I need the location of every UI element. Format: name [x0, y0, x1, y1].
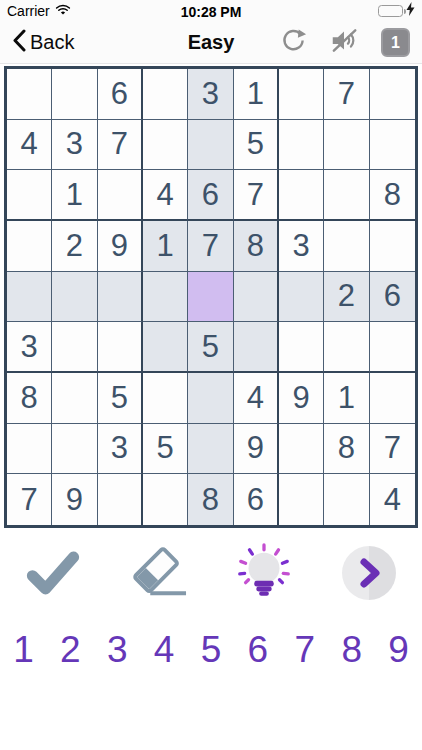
cell-r6c3[interactable]	[98, 322, 143, 373]
cell-r4c4[interactable]: 1	[143, 221, 188, 272]
eraser-button[interactable]	[126, 541, 190, 605]
cell-r6c1[interactable]: 3	[7, 322, 52, 373]
numpad-6[interactable]: 6	[234, 620, 281, 680]
cell-r7c7[interactable]: 9	[279, 373, 324, 424]
cell-r1c9[interactable]	[370, 69, 415, 120]
cell-r6c2[interactable]	[52, 322, 97, 373]
cell-r7c6[interactable]: 4	[234, 373, 279, 424]
cell-r3c4[interactable]: 4	[143, 170, 188, 221]
cell-r7c8[interactable]: 1	[324, 373, 369, 424]
cell-r9c4[interactable]	[143, 474, 188, 525]
cell-r1c6[interactable]: 1	[234, 69, 279, 120]
numpad-1[interactable]: 1	[0, 620, 47, 680]
cell-r3c8[interactable]	[324, 170, 369, 221]
cell-r6c5[interactable]: 5	[188, 322, 233, 373]
cell-r3c1[interactable]	[7, 170, 52, 221]
cell-r3c6[interactable]: 7	[234, 170, 279, 221]
cell-r2c8[interactable]	[324, 120, 369, 171]
cell-r4c6[interactable]: 8	[234, 221, 279, 272]
cell-r6c4[interactable]	[143, 322, 188, 373]
cell-r2c7[interactable]	[279, 120, 324, 171]
cell-r9c1[interactable]: 7	[7, 474, 52, 525]
sound-muted-button[interactable]	[329, 27, 359, 58]
cell-r5c1[interactable]	[7, 272, 52, 323]
numpad-2[interactable]: 2	[47, 620, 94, 680]
cell-r9c3[interactable]	[98, 474, 143, 525]
cell-r7c5[interactable]	[188, 373, 233, 424]
cell-r8c9[interactable]: 7	[370, 424, 415, 475]
cell-r6c6[interactable]	[234, 322, 279, 373]
numpad-8[interactable]: 8	[328, 620, 375, 680]
cell-r3c5[interactable]: 6	[188, 170, 233, 221]
cell-r2c3[interactable]: 7	[98, 120, 143, 171]
numpad-3[interactable]: 3	[94, 620, 141, 680]
sudoku-board: 63174375146782917832635854913598779864	[4, 66, 418, 528]
cell-r3c2[interactable]: 1	[52, 170, 97, 221]
counter-badge[interactable]: 1	[381, 28, 410, 57]
status-bar: Carrier 10:28 PM	[0, 0, 422, 22]
carrier-label: Carrier	[7, 3, 50, 19]
nav-bar: Back Easy 1	[0, 22, 422, 64]
cell-r7c2[interactable]	[52, 373, 97, 424]
restart-button[interactable]	[280, 27, 307, 58]
next-button[interactable]	[337, 541, 401, 605]
cell-r4c2[interactable]: 2	[52, 221, 97, 272]
cell-r3c3[interactable]	[98, 170, 143, 221]
cell-r4c3[interactable]: 9	[98, 221, 143, 272]
cell-r1c1[interactable]	[7, 69, 52, 120]
cell-r4c9[interactable]	[370, 221, 415, 272]
cell-r8c4[interactable]: 5	[143, 424, 188, 475]
cell-r5c9[interactable]: 6	[370, 272, 415, 323]
cell-r2c9[interactable]	[370, 120, 415, 171]
cell-r9c7[interactable]	[279, 474, 324, 525]
charging-bolt-icon	[406, 2, 415, 20]
cell-r1c2[interactable]	[52, 69, 97, 120]
chevron-right-icon	[354, 557, 384, 589]
cell-r6c7[interactable]	[279, 322, 324, 373]
cell-r8c8[interactable]: 8	[324, 424, 369, 475]
cell-r5c5[interactable]	[188, 272, 233, 323]
cell-r1c5[interactable]: 3	[188, 69, 233, 120]
cell-r7c4[interactable]	[143, 373, 188, 424]
cell-r2c1[interactable]: 4	[7, 120, 52, 171]
cell-r5c4[interactable]	[143, 272, 188, 323]
cell-r2c2[interactable]: 3	[52, 120, 97, 171]
numpad-5[interactable]: 5	[188, 620, 235, 680]
cell-r1c8[interactable]: 7	[324, 69, 369, 120]
battery-icon	[378, 5, 403, 17]
cell-r4c7[interactable]: 3	[279, 221, 324, 272]
cell-r8c2[interactable]	[52, 424, 97, 475]
cell-r5c6[interactable]	[234, 272, 279, 323]
numpad-4[interactable]: 4	[141, 620, 188, 680]
cell-r3c9[interactable]: 8	[370, 170, 415, 221]
cell-r5c8[interactable]: 2	[324, 272, 369, 323]
cell-r2c5[interactable]	[188, 120, 233, 171]
cell-r5c3[interactable]	[98, 272, 143, 323]
back-chevron-icon	[12, 29, 26, 56]
cell-r4c5[interactable]: 7	[188, 221, 233, 272]
toolbar	[0, 532, 422, 614]
cell-r7c9[interactable]	[370, 373, 415, 424]
cell-r4c8[interactable]	[324, 221, 369, 272]
cell-r7c3[interactable]: 5	[98, 373, 143, 424]
cell-r8c7[interactable]	[279, 424, 324, 475]
cell-r3c7[interactable]	[279, 170, 324, 221]
cell-r8c5[interactable]	[188, 424, 233, 475]
cell-r7c1[interactable]: 8	[7, 373, 52, 424]
cell-r9c9[interactable]: 4	[370, 474, 415, 525]
hint-button[interactable]	[232, 541, 296, 605]
cell-r2c6[interactable]: 5	[234, 120, 279, 171]
cell-r5c2[interactable]	[52, 272, 97, 323]
cell-r6c8[interactable]	[324, 322, 369, 373]
cell-r9c8[interactable]	[324, 474, 369, 525]
number-pad: 123456789	[0, 620, 422, 680]
cell-r9c6[interactable]: 6	[234, 474, 279, 525]
cell-r1c7[interactable]	[279, 69, 324, 120]
cell-r6c9[interactable]	[370, 322, 415, 373]
numpad-7[interactable]: 7	[281, 620, 328, 680]
cell-r4c1[interactable]	[7, 221, 52, 272]
cell-r1c4[interactable]	[143, 69, 188, 120]
back-button[interactable]: Back	[12, 29, 74, 56]
cell-r1c3[interactable]: 6	[98, 69, 143, 120]
cell-r9c2[interactable]: 9	[52, 474, 97, 525]
wifi-icon	[55, 2, 71, 20]
back-label: Back	[30, 31, 74, 54]
cell-r8c6[interactable]: 9	[234, 424, 279, 475]
cell-r9c5[interactable]: 8	[188, 474, 233, 525]
cell-r8c3[interactable]: 3	[98, 424, 143, 475]
cell-r8c1[interactable]	[7, 424, 52, 475]
cell-r5c7[interactable]	[279, 272, 324, 323]
check-button[interactable]	[21, 541, 85, 605]
cell-r2c4[interactable]	[143, 120, 188, 171]
next-circle	[342, 546, 396, 600]
numpad-9[interactable]: 9	[375, 620, 422, 680]
